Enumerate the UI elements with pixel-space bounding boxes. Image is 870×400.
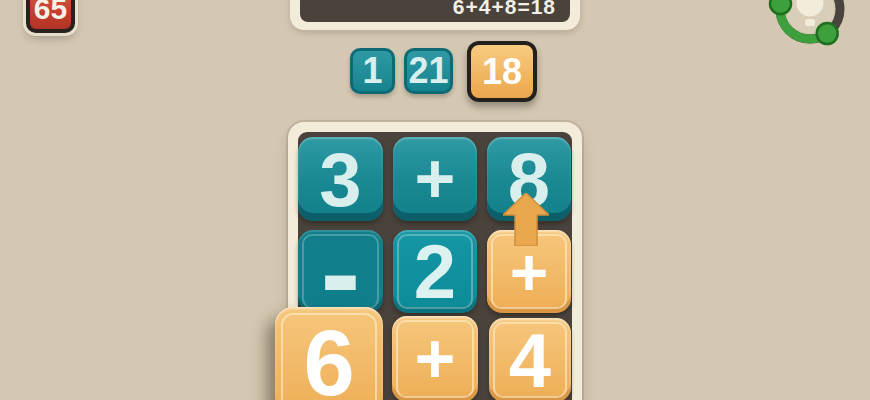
progress-ball-left — [770, 0, 791, 14]
score-badge: 65 — [26, 0, 75, 33]
up-arrow-icon — [503, 193, 549, 246]
progress-ball-right — [817, 23, 838, 44]
equation-display: 6+4+8=18 — [300, 0, 570, 22]
score-value: 65 — [34, 0, 67, 26]
equation-text: 6+4+8=18 — [453, 0, 556, 19]
tray-tile-18-selected[interactable]: 18 — [467, 41, 537, 102]
board-tile-r3c3-4[interactable]: 4 — [489, 318, 571, 400]
board-tile-dragging-6[interactable]: 6 — [275, 307, 383, 400]
tray-tile-1[interactable]: 1 — [350, 48, 395, 94]
hint-button[interactable] — [762, 0, 862, 60]
game-stage: 65 6+4+8=18 1 21 18 3 + 8 - 2 + + 4 6 — [0, 0, 870, 400]
tray-tile-21[interactable]: 21 — [404, 48, 453, 94]
board-tile-r2c1-minus[interactable]: - — [298, 230, 383, 313]
board-tile-r2c2-2[interactable]: 2 — [393, 230, 477, 313]
board-tile-r3c2-plus[interactable]: + — [392, 316, 478, 400]
board-tile-r1c2-plus[interactable]: + — [393, 137, 477, 221]
equation-bar: 6+4+8=18 — [290, 0, 580, 30]
